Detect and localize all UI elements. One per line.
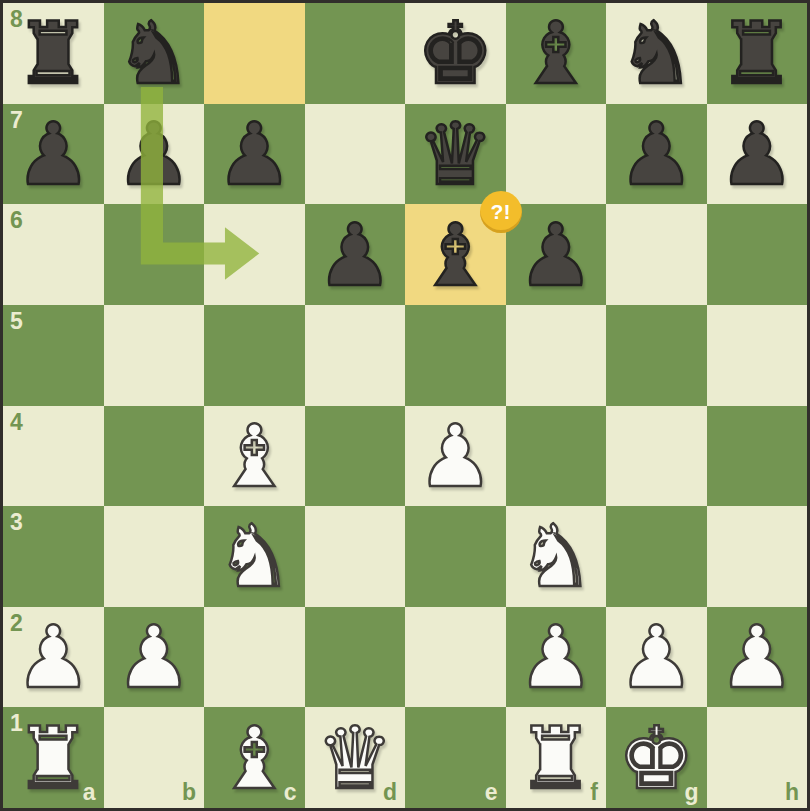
square-e8[interactable]: ♚ <box>405 3 506 104</box>
square-c8[interactable] <box>204 3 305 104</box>
square-c2[interactable] <box>204 607 305 708</box>
square-f6[interactable]: ♟ <box>506 204 607 305</box>
chess-board-frame: 8♜♞♚♝♞♜7♟♟♟♛♟♟6♟♝♟54♝♟3♞♞2♟♟♟♟♟1a♜bc♝d♛e… <box>0 0 810 811</box>
square-e7[interactable]: ♛ <box>405 104 506 205</box>
rank-label-6: 6 <box>10 209 23 232</box>
square-b6[interactable] <box>104 204 205 305</box>
file-label-h: h <box>785 781 799 804</box>
black-pawn-f6[interactable]: ♟ <box>517 212 594 298</box>
square-a5[interactable]: 5 <box>3 305 104 406</box>
black-pawn-a7[interactable]: ♟ <box>15 111 92 197</box>
square-e6[interactable]: ♝ <box>405 204 506 305</box>
square-f5[interactable] <box>506 305 607 406</box>
white-rook-a1[interactable]: ♜ <box>15 715 92 801</box>
black-pawn-h7[interactable]: ♟ <box>718 111 795 197</box>
square-d4[interactable] <box>305 406 406 507</box>
square-c7[interactable]: ♟ <box>204 104 305 205</box>
square-h2[interactable]: ♟ <box>707 607 808 708</box>
black-bishop-e6[interactable]: ♝ <box>417 212 494 298</box>
white-queen-d1[interactable]: ♛ <box>316 715 393 801</box>
black-knight-b8[interactable]: ♞ <box>115 10 192 96</box>
square-d2[interactable] <box>305 607 406 708</box>
square-b8[interactable]: ♞ <box>104 3 205 104</box>
black-rook-h8[interactable]: ♜ <box>718 10 795 96</box>
square-g5[interactable] <box>606 305 707 406</box>
square-e4[interactable]: ♟ <box>405 406 506 507</box>
square-b7[interactable]: ♟ <box>104 104 205 205</box>
square-d7[interactable] <box>305 104 406 205</box>
square-d3[interactable] <box>305 506 406 607</box>
square-e1[interactable]: e <box>405 707 506 808</box>
black-bishop-f8[interactable]: ♝ <box>517 10 594 96</box>
white-pawn-f2[interactable]: ♟ <box>517 614 594 700</box>
square-g2[interactable]: ♟ <box>606 607 707 708</box>
white-bishop-c1[interactable]: ♝ <box>216 715 293 801</box>
square-b1[interactable]: b <box>104 707 205 808</box>
black-knight-g8[interactable]: ♞ <box>618 10 695 96</box>
white-pawn-a2[interactable]: ♟ <box>15 614 92 700</box>
square-g3[interactable] <box>606 506 707 607</box>
black-pawn-b7[interactable]: ♟ <box>115 111 192 197</box>
square-a6[interactable]: 6 <box>3 204 104 305</box>
white-pawn-h2[interactable]: ♟ <box>718 614 795 700</box>
square-g1[interactable]: g♚ <box>606 707 707 808</box>
square-b4[interactable] <box>104 406 205 507</box>
square-c4[interactable]: ♝ <box>204 406 305 507</box>
square-f8[interactable]: ♝ <box>506 3 607 104</box>
square-c1[interactable]: c♝ <box>204 707 305 808</box>
square-c6[interactable] <box>204 204 305 305</box>
square-f1[interactable]: f♜ <box>506 707 607 808</box>
white-knight-f3[interactable]: ♞ <box>517 513 594 599</box>
white-king-g1[interactable]: ♚ <box>618 715 695 801</box>
file-label-e: e <box>485 781 498 804</box>
black-pawn-g7[interactable]: ♟ <box>618 111 695 197</box>
square-f7[interactable] <box>506 104 607 205</box>
white-bishop-c4[interactable]: ♝ <box>216 413 293 499</box>
square-c3[interactable]: ♞ <box>204 506 305 607</box>
black-rook-a8[interactable]: ♜ <box>15 10 92 96</box>
black-pawn-d6[interactable]: ♟ <box>316 212 393 298</box>
black-pawn-c7[interactable]: ♟ <box>216 111 293 197</box>
white-knight-c3[interactable]: ♞ <box>216 513 293 599</box>
square-c5[interactable] <box>204 305 305 406</box>
chess-board: 8♜♞♚♝♞♜7♟♟♟♛♟♟6♟♝♟54♝♟3♞♞2♟♟♟♟♟1a♜bc♝d♛e… <box>3 3 807 808</box>
square-h8[interactable]: ♜ <box>707 3 808 104</box>
square-d1[interactable]: d♛ <box>305 707 406 808</box>
white-rook-f1[interactable]: ♜ <box>517 715 594 801</box>
square-f2[interactable]: ♟ <box>506 607 607 708</box>
file-label-b: b <box>182 781 196 804</box>
square-f3[interactable]: ♞ <box>506 506 607 607</box>
white-pawn-b2[interactable]: ♟ <box>115 614 192 700</box>
rank-label-5: 5 <box>10 310 23 333</box>
square-d5[interactable] <box>305 305 406 406</box>
white-pawn-g2[interactable]: ♟ <box>618 614 695 700</box>
black-queen-e7[interactable]: ♛ <box>417 111 494 197</box>
square-b3[interactable] <box>104 506 205 607</box>
square-h4[interactable] <box>707 406 808 507</box>
square-a4[interactable]: 4 <box>3 406 104 507</box>
black-king-e8[interactable]: ♚ <box>417 10 494 96</box>
square-a2[interactable]: 2♟ <box>3 607 104 708</box>
square-a3[interactable]: 3 <box>3 506 104 607</box>
square-a8[interactable]: 8♜ <box>3 3 104 104</box>
square-h6[interactable] <box>707 204 808 305</box>
square-h3[interactable] <box>707 506 808 607</box>
square-a1[interactable]: 1a♜ <box>3 707 104 808</box>
square-h7[interactable]: ♟ <box>707 104 808 205</box>
white-pawn-e4[interactable]: ♟ <box>417 413 494 499</box>
square-d6[interactable]: ♟ <box>305 204 406 305</box>
square-f4[interactable] <box>506 406 607 507</box>
square-g7[interactable]: ♟ <box>606 104 707 205</box>
square-a7[interactable]: 7♟ <box>3 104 104 205</box>
square-g4[interactable] <box>606 406 707 507</box>
square-h5[interactable] <box>707 305 808 406</box>
square-e2[interactable] <box>405 607 506 708</box>
square-d8[interactable] <box>305 3 406 104</box>
rank-label-3: 3 <box>10 511 23 534</box>
square-g8[interactable]: ♞ <box>606 3 707 104</box>
square-g6[interactable] <box>606 204 707 305</box>
square-b2[interactable]: ♟ <box>104 607 205 708</box>
square-b5[interactable] <box>104 305 205 406</box>
rank-label-4: 4 <box>10 411 23 434</box>
square-h1[interactable]: h <box>707 707 808 808</box>
square-e3[interactable] <box>405 506 506 607</box>
square-e5[interactable] <box>405 305 506 406</box>
